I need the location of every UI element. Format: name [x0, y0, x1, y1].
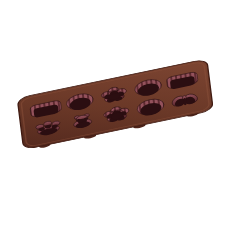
mold-tray [17, 59, 213, 152]
mold-tray-photo [0, 0, 230, 230]
product-photo [0, 0, 230, 230]
